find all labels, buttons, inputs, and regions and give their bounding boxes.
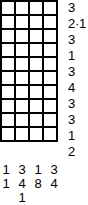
cell-r3-c4[interactable] bbox=[44, 30, 58, 44]
col-clue-number: 4 bbox=[50, 177, 57, 191]
cell-r9-c3[interactable] bbox=[30, 114, 44, 128]
col-clue-number: 8 bbox=[34, 177, 41, 191]
row-clue-4: 1 bbox=[68, 48, 86, 64]
cell-r9-c1[interactable] bbox=[2, 114, 16, 128]
cell-r8-c2[interactable] bbox=[16, 100, 30, 114]
cell-r1-c2[interactable] bbox=[16, 2, 30, 16]
cell-r6-c3[interactable] bbox=[30, 72, 44, 86]
cell-r9-c2[interactable] bbox=[16, 114, 30, 128]
row-clue-2: 2·1 bbox=[68, 16, 86, 32]
col-clue-2: 341 bbox=[14, 163, 30, 205]
cell-r1-c3[interactable] bbox=[30, 2, 44, 16]
row-clue-8: 3 bbox=[68, 112, 86, 128]
col-clue-number: 1 bbox=[18, 191, 25, 205]
col-clues: 113411834 bbox=[0, 163, 62, 205]
cell-r8-c4[interactable] bbox=[44, 100, 58, 114]
col-clue-number: 1 bbox=[34, 163, 41, 177]
cell-r4-c4[interactable] bbox=[44, 44, 58, 58]
cell-r4-c2[interactable] bbox=[16, 44, 30, 58]
cell-r10-c3[interactable] bbox=[30, 128, 44, 142]
cell-r4-c1[interactable] bbox=[2, 44, 16, 58]
row-clue-7: 3 bbox=[68, 96, 86, 112]
row-clue-3: 3 bbox=[68, 32, 86, 48]
row-clue-1: 3 bbox=[68, 0, 86, 16]
cell-r2-c2[interactable] bbox=[16, 16, 30, 30]
cell-r5-c1[interactable] bbox=[2, 58, 16, 72]
col-clue-number: 3 bbox=[18, 163, 25, 177]
row-clue-6: 4 bbox=[68, 80, 86, 96]
cell-r1-c1[interactable] bbox=[2, 2, 16, 16]
cell-r9-c4[interactable] bbox=[44, 114, 58, 128]
cell-r5-c4[interactable] bbox=[44, 58, 58, 72]
cell-r7-c1[interactable] bbox=[2, 86, 16, 100]
cell-r6-c2[interactable] bbox=[16, 72, 30, 86]
col-clue-4: 34 bbox=[46, 163, 62, 205]
nonogram-puzzle: 32·131343312 113411834 bbox=[0, 0, 88, 205]
cell-r7-c3[interactable] bbox=[30, 86, 44, 100]
cell-r2-c4[interactable] bbox=[44, 16, 58, 30]
row-clue-10: 2 bbox=[68, 144, 86, 160]
cell-r2-c3[interactable] bbox=[30, 16, 44, 30]
cell-r10-c1[interactable] bbox=[2, 128, 16, 142]
cell-r4-c3[interactable] bbox=[30, 44, 44, 58]
cell-r6-c1[interactable] bbox=[2, 72, 16, 86]
col-clue-number: 4 bbox=[18, 177, 25, 191]
col-clue-number: 1 bbox=[2, 177, 9, 191]
col-clue-number: 1 bbox=[2, 163, 9, 177]
col-clue-1: 11 bbox=[0, 163, 14, 205]
cell-r7-c4[interactable] bbox=[44, 86, 58, 100]
cell-r3-c3[interactable] bbox=[30, 30, 44, 44]
cell-r5-c2[interactable] bbox=[16, 58, 30, 72]
row-clue-9: 1 bbox=[68, 128, 86, 144]
col-clue-3: 18 bbox=[30, 163, 46, 205]
cell-r7-c2[interactable] bbox=[16, 86, 30, 100]
cell-r5-c3[interactable] bbox=[30, 58, 44, 72]
cell-r3-c1[interactable] bbox=[2, 30, 16, 44]
row-clues: 32·131343312 bbox=[68, 0, 86, 160]
cell-r2-c1[interactable] bbox=[2, 16, 16, 30]
cell-r1-c4[interactable] bbox=[44, 2, 58, 16]
cell-r6-c4[interactable] bbox=[44, 72, 58, 86]
col-clue-number: 3 bbox=[50, 163, 57, 177]
cell-r10-c4[interactable] bbox=[44, 128, 58, 142]
nonogram-board bbox=[0, 0, 58, 142]
cell-r8-c3[interactable] bbox=[30, 100, 44, 114]
row-clue-5: 3 bbox=[68, 64, 86, 80]
cell-r8-c1[interactable] bbox=[2, 100, 16, 114]
cell-r10-c2[interactable] bbox=[16, 128, 30, 142]
cell-r3-c2[interactable] bbox=[16, 30, 30, 44]
